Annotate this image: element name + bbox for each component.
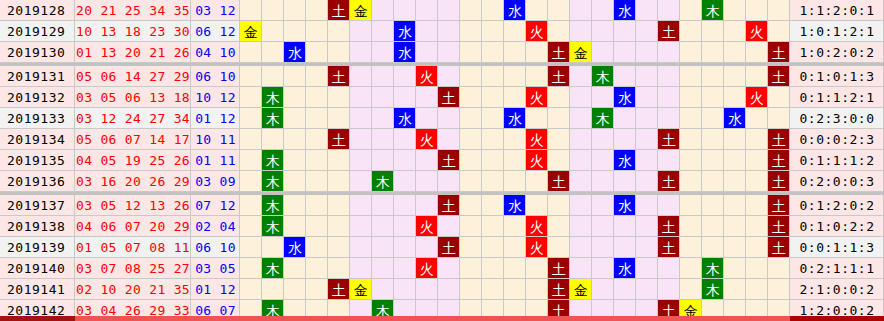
grid-cell — [284, 216, 306, 237]
grid-cell — [636, 129, 658, 150]
grid-cell — [240, 258, 262, 279]
grid-cell — [746, 216, 768, 237]
front-numbers-cell: 03 05 06 13 18 — [75, 87, 191, 108]
element-cell: 木 — [262, 171, 284, 192]
element-cell: 土 — [328, 279, 350, 300]
grid-cell — [702, 216, 724, 237]
back-numbers-cell: 10 11 — [191, 129, 240, 150]
grid-cell — [724, 216, 746, 237]
grid-cell — [636, 108, 658, 129]
element-cell: 土 — [768, 66, 790, 87]
element-cell: 木 — [702, 258, 724, 279]
element-cell: 土 — [768, 237, 790, 258]
grid-cell — [482, 258, 504, 279]
grid-cell — [724, 195, 746, 216]
grid-cell — [592, 195, 614, 216]
back-numbers-cell: 06 10 — [191, 237, 240, 258]
grid-cell — [438, 0, 460, 21]
grid-cell — [526, 66, 548, 87]
element-ratio-cell: 1:1:2:0:1 — [790, 0, 884, 21]
grid-cell — [636, 195, 658, 216]
grid-cell — [636, 171, 658, 192]
element-cell: 土 — [328, 0, 350, 21]
grid-cell — [416, 21, 438, 42]
grid-cell — [724, 258, 746, 279]
grid-cell — [350, 21, 372, 42]
element-cell: 水 — [614, 195, 636, 216]
grid-cell — [240, 150, 262, 171]
draw-number-cell: 2019132 — [0, 87, 75, 108]
grid-cell — [504, 216, 526, 237]
back-numbers-cell: 10 12 — [191, 87, 240, 108]
grid-cell — [284, 66, 306, 87]
grid-cell — [240, 195, 262, 216]
grid-cell — [548, 21, 570, 42]
element-cell: 土 — [658, 216, 680, 237]
draw-number-cell: 2019130 — [0, 42, 75, 63]
element-ratio-cell: 0:1:0:1:3 — [790, 66, 884, 87]
draw-number-cell: 2019129 — [0, 21, 75, 42]
front-numbers-cell: 03 05 12 13 26 — [75, 195, 191, 216]
grid-cell — [614, 216, 636, 237]
bottom-red-border — [0, 316, 884, 321]
grid-cell — [394, 216, 416, 237]
grid-cell — [592, 258, 614, 279]
grid-cell — [438, 258, 460, 279]
grid-cell — [702, 42, 724, 63]
grid-cell — [724, 150, 746, 171]
element-cell: 木 — [262, 258, 284, 279]
back-numbers-cell: 01 12 — [191, 108, 240, 129]
element-ratio-cell: 0:1:0:2:2 — [790, 216, 884, 237]
back-numbers-cell: 07 12 — [191, 195, 240, 216]
grid-cell — [746, 237, 768, 258]
grid-cell — [548, 129, 570, 150]
grid-cell — [482, 21, 504, 42]
grid-cell — [284, 279, 306, 300]
element-cell: 火 — [526, 150, 548, 171]
element-cell: 土 — [438, 150, 460, 171]
element-cell: 水 — [504, 108, 526, 129]
grid-cell — [240, 108, 262, 129]
element-cell: 土 — [768, 150, 790, 171]
element-ratio-cell: 0:0:1:1:3 — [790, 237, 884, 258]
element-cell: 水 — [284, 237, 306, 258]
element-cell: 土 — [658, 129, 680, 150]
grid-cell — [350, 108, 372, 129]
grid-cell — [482, 279, 504, 300]
element-cell: 水 — [614, 258, 636, 279]
grid-cell — [658, 42, 680, 63]
grid-cell — [240, 171, 262, 192]
grid-cell — [724, 87, 746, 108]
draw-number-cell: 2019133 — [0, 108, 75, 129]
grid-cell — [240, 0, 262, 21]
grid-cell — [570, 66, 592, 87]
grid-cell — [482, 150, 504, 171]
grid-cell — [570, 258, 592, 279]
grid-cell — [460, 108, 482, 129]
grid-cell — [482, 129, 504, 150]
grid-cell — [570, 216, 592, 237]
element-cell: 土 — [768, 216, 790, 237]
front-numbers-cell: 01 13 20 21 26 — [75, 42, 191, 63]
grid-cell — [328, 87, 350, 108]
element-cell: 火 — [416, 66, 438, 87]
grid-cell — [306, 21, 328, 42]
grid-cell — [570, 171, 592, 192]
grid-cell — [636, 237, 658, 258]
grid-cell — [702, 108, 724, 129]
grid-cell — [350, 87, 372, 108]
grid-cell — [394, 237, 416, 258]
back-numbers-cell: 01 11 — [191, 150, 240, 171]
grid-cell — [504, 21, 526, 42]
grid-cell — [504, 87, 526, 108]
grid-cell — [438, 108, 460, 129]
element-cell: 火 — [746, 21, 768, 42]
grid-cell — [592, 42, 614, 63]
grid-cell — [438, 66, 460, 87]
grid-cell — [438, 21, 460, 42]
front-numbers-cell: 03 16 20 26 29 — [75, 171, 191, 192]
element-cell: 木 — [262, 108, 284, 129]
grid-cell — [394, 0, 416, 21]
grid-cell — [680, 21, 702, 42]
draw-number-cell: 2019138 — [0, 216, 75, 237]
element-cell: 水 — [394, 42, 416, 63]
grid-cell — [614, 42, 636, 63]
element-ratio-cell: 0:2:1:1:1 — [790, 258, 884, 279]
element-cell: 金 — [350, 279, 372, 300]
grid-cell — [526, 279, 548, 300]
front-numbers-cell: 10 13 18 23 30 — [75, 21, 191, 42]
element-ratio-cell: 0:1:1:1:2 — [790, 150, 884, 171]
grid-cell — [328, 216, 350, 237]
grid-cell — [768, 108, 790, 129]
grid-cell — [658, 108, 680, 129]
element-cell: 木 — [262, 216, 284, 237]
grid-cell — [460, 87, 482, 108]
grid-cell — [284, 0, 306, 21]
grid-cell — [240, 216, 262, 237]
element-cell: 水 — [614, 150, 636, 171]
element-cell: 土 — [548, 171, 570, 192]
grid-cell — [724, 21, 746, 42]
grid-cell — [328, 171, 350, 192]
grid-cell — [306, 108, 328, 129]
grid-cell — [306, 171, 328, 192]
grid-cell — [372, 237, 394, 258]
grid-cell — [724, 66, 746, 87]
grid-cell — [416, 237, 438, 258]
grid-cell — [372, 21, 394, 42]
element-cell: 木 — [702, 279, 724, 300]
grid-cell — [702, 195, 724, 216]
grid-cell — [460, 216, 482, 237]
grid-cell — [240, 237, 262, 258]
grid-cell — [306, 195, 328, 216]
back-numbers-cell: 02 04 — [191, 216, 240, 237]
grid-cell — [328, 195, 350, 216]
grid-cell — [416, 195, 438, 216]
grid-cell — [658, 0, 680, 21]
grid-cell — [570, 108, 592, 129]
grid-cell — [372, 216, 394, 237]
element-cell: 水 — [394, 108, 416, 129]
grid-cell — [724, 129, 746, 150]
element-cell: 土 — [768, 171, 790, 192]
grid-cell — [526, 0, 548, 21]
grid-cell — [548, 195, 570, 216]
grid-cell — [680, 171, 702, 192]
grid-cell — [372, 150, 394, 171]
element-cell: 水 — [394, 21, 416, 42]
grid-cell — [240, 66, 262, 87]
grid-cell — [262, 66, 284, 87]
grid-cell — [680, 195, 702, 216]
grid-cell — [504, 129, 526, 150]
grid-cell — [680, 108, 702, 129]
grid-cell — [372, 129, 394, 150]
element-cell: 土 — [438, 237, 460, 258]
element-cell: 火 — [416, 129, 438, 150]
grid-cell — [592, 216, 614, 237]
grid-cell — [350, 42, 372, 63]
grid-cell — [658, 66, 680, 87]
grid-cell — [460, 279, 482, 300]
grid-cell — [746, 129, 768, 150]
grid-cell — [548, 108, 570, 129]
element-cell: 火 — [526, 21, 548, 42]
front-numbers-cell: 05 06 14 27 29 — [75, 66, 191, 87]
trend-table: 201912820 21 25 34 3503 12土金水水木1:1:2:0:1… — [0, 0, 884, 321]
grid-cell — [372, 42, 394, 63]
grid-cell — [416, 108, 438, 129]
grid-cell — [460, 195, 482, 216]
grid-cell — [592, 171, 614, 192]
grid-cell — [614, 108, 636, 129]
grid-cell — [680, 66, 702, 87]
grid-cell — [482, 87, 504, 108]
grid-cell — [240, 87, 262, 108]
element-cell: 金 — [240, 21, 262, 42]
grid-cell — [636, 66, 658, 87]
grid-cell — [350, 237, 372, 258]
element-cell: 土 — [328, 129, 350, 150]
grid-cell — [306, 279, 328, 300]
grid-cell — [482, 108, 504, 129]
grid-cell — [328, 108, 350, 129]
grid-cell — [636, 87, 658, 108]
grid-cell — [570, 87, 592, 108]
element-cell: 土 — [768, 129, 790, 150]
grid-cell — [746, 150, 768, 171]
grid-cell — [460, 42, 482, 63]
grid-cell — [306, 258, 328, 279]
five-elements-trend-chart: 201912820 21 25 34 3503 12土金水水木1:1:2:0:1… — [0, 0, 884, 321]
grid-cell — [240, 129, 262, 150]
grid-cell — [570, 195, 592, 216]
back-numbers-cell: 04 10 — [191, 42, 240, 63]
grid-cell — [746, 66, 768, 87]
grid-cell — [284, 108, 306, 129]
grid-cell — [526, 108, 548, 129]
grid-cell — [680, 42, 702, 63]
element-ratio-cell: 0:1:1:2:1 — [790, 87, 884, 108]
grid-cell — [504, 150, 526, 171]
grid-cell — [350, 195, 372, 216]
element-cell: 木 — [262, 150, 284, 171]
grid-cell — [526, 258, 548, 279]
grid-cell — [746, 108, 768, 129]
grid-cell — [460, 129, 482, 150]
grid-cell — [438, 216, 460, 237]
grid-cell — [284, 195, 306, 216]
element-cell: 土 — [658, 171, 680, 192]
grid-cell — [658, 87, 680, 108]
draw-number-cell: 2019140 — [0, 258, 75, 279]
grid-cell — [614, 279, 636, 300]
front-numbers-cell: 01 05 07 08 11 — [75, 237, 191, 258]
grid-cell — [702, 237, 724, 258]
grid-cell — [460, 258, 482, 279]
grid-cell — [482, 66, 504, 87]
draw-number-cell: 2019135 — [0, 150, 75, 171]
grid-cell — [284, 150, 306, 171]
grid-cell — [746, 195, 768, 216]
grid-cell — [350, 129, 372, 150]
grid-cell — [482, 195, 504, 216]
grid-cell — [306, 66, 328, 87]
element-cell: 水 — [614, 0, 636, 21]
grid-cell — [262, 129, 284, 150]
grid-cell — [592, 21, 614, 42]
grid-cell — [724, 171, 746, 192]
grid-cell — [416, 171, 438, 192]
grid-cell — [350, 258, 372, 279]
element-cell: 土 — [548, 42, 570, 63]
grid-cell — [658, 195, 680, 216]
element-ratio-cell: 0:0:0:2:3 — [790, 129, 884, 150]
grid-cell — [680, 237, 702, 258]
element-cell: 土 — [658, 237, 680, 258]
grid-cell — [394, 129, 416, 150]
grid-cell — [306, 216, 328, 237]
element-cell: 水 — [614, 87, 636, 108]
front-numbers-cell: 04 06 07 20 29 — [75, 216, 191, 237]
grid-cell — [680, 87, 702, 108]
grid-cell — [284, 21, 306, 42]
grid-cell — [592, 0, 614, 21]
grid-cell — [746, 258, 768, 279]
grid-cell — [306, 237, 328, 258]
grid-cell — [614, 66, 636, 87]
element-cell: 火 — [746, 87, 768, 108]
grid-cell — [746, 42, 768, 63]
grid-cell — [460, 171, 482, 192]
grid-cell — [746, 171, 768, 192]
element-ratio-cell: 0:2:0:0:3 — [790, 171, 884, 192]
grid-cell — [306, 0, 328, 21]
element-cell: 火 — [526, 237, 548, 258]
grid-cell — [768, 0, 790, 21]
grid-cell — [482, 42, 504, 63]
element-ratio-cell: 1:0:2:0:2 — [790, 42, 884, 63]
grid-cell — [702, 129, 724, 150]
back-numbers-cell: 03 12 — [191, 0, 240, 21]
grid-cell — [240, 42, 262, 63]
grid-cell — [482, 0, 504, 21]
grid-cell — [284, 171, 306, 192]
element-cell: 金 — [570, 42, 592, 63]
grid-cell — [372, 195, 394, 216]
grid-cell — [504, 258, 526, 279]
grid-cell — [482, 216, 504, 237]
element-cell: 火 — [526, 129, 548, 150]
grid-cell — [548, 237, 570, 258]
grid-cell — [394, 171, 416, 192]
grid-cell — [614, 129, 636, 150]
back-numbers-cell: 03 09 — [191, 171, 240, 192]
grid-cell — [306, 150, 328, 171]
grid-cell — [724, 237, 746, 258]
front-numbers-cell: 20 21 25 34 35 — [75, 0, 191, 21]
grid-cell — [526, 42, 548, 63]
grid-cell — [768, 21, 790, 42]
element-cell: 水 — [284, 42, 306, 63]
element-cell: 火 — [416, 258, 438, 279]
back-numbers-cell: 06 10 — [191, 66, 240, 87]
grid-cell — [350, 216, 372, 237]
draw-number-cell: 2019128 — [0, 0, 75, 21]
element-cell: 土 — [768, 42, 790, 63]
grid-cell — [350, 150, 372, 171]
grid-cell — [614, 171, 636, 192]
grid-cell — [306, 129, 328, 150]
grid-cell — [394, 150, 416, 171]
grid-cell — [372, 0, 394, 21]
grid-cell — [306, 42, 328, 63]
grid-cell — [702, 87, 724, 108]
front-numbers-cell: 03 07 08 25 27 — [75, 258, 191, 279]
grid-cell — [460, 0, 482, 21]
grid-cell — [614, 21, 636, 42]
element-cell: 土 — [548, 66, 570, 87]
grid-cell — [680, 279, 702, 300]
grid-cell — [768, 87, 790, 108]
element-cell: 火 — [526, 216, 548, 237]
grid-cell — [614, 237, 636, 258]
grid-cell — [328, 258, 350, 279]
grid-cell — [328, 42, 350, 63]
draw-number-cell: 2019136 — [0, 171, 75, 192]
grid-cell — [680, 150, 702, 171]
grid-cell — [702, 66, 724, 87]
element-cell: 金 — [570, 279, 592, 300]
grid-cell — [526, 171, 548, 192]
grid-cell — [350, 171, 372, 192]
grid-cell — [636, 258, 658, 279]
element-cell: 土 — [438, 87, 460, 108]
grid-cell — [570, 237, 592, 258]
grid-cell — [592, 87, 614, 108]
element-cell: 土 — [658, 21, 680, 42]
element-cell: 土 — [768, 195, 790, 216]
element-ratio-cell: 0:1:2:0:2 — [790, 195, 884, 216]
grid-cell — [372, 66, 394, 87]
grid-cell — [262, 237, 284, 258]
